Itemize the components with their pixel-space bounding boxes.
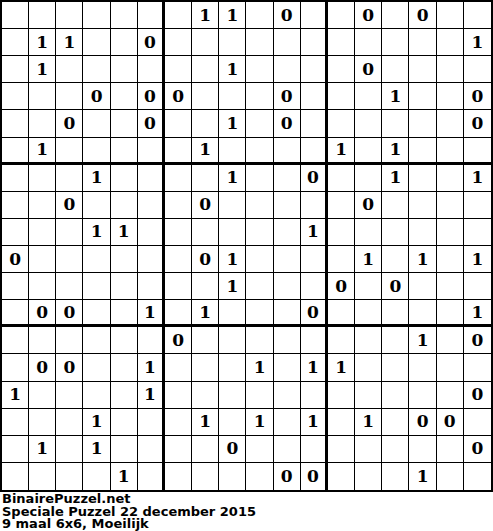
cell-r13c7: 0 <box>165 327 192 354</box>
cell-r18c8[interactable] <box>192 463 219 490</box>
cell-r4c1[interactable] <box>2 83 29 110</box>
cell-r9c3[interactable] <box>56 219 83 246</box>
cell-r13c11[interactable] <box>274 327 301 354</box>
cell-r14c12: 1 <box>301 354 328 381</box>
cell-r18c6[interactable] <box>138 463 165 490</box>
cell-r2c3: 1 <box>56 29 83 56</box>
cell-r10c11[interactable] <box>274 246 301 273</box>
cell-r18c11: 0 <box>274 463 301 490</box>
cell-r11c13: 0 <box>328 273 355 300</box>
cell-r11c1[interactable] <box>2 273 29 300</box>
cell-r2c15[interactable] <box>382 29 409 56</box>
cell-r3c12[interactable] <box>301 56 328 83</box>
cell-r7c10[interactable] <box>246 165 273 192</box>
cell-r2c1[interactable] <box>2 29 29 56</box>
cell-r7c9: 1 <box>219 165 246 192</box>
cell-r5c1[interactable] <box>2 110 29 137</box>
cell-r12c15[interactable] <box>382 300 409 327</box>
cell-r9c17[interactable] <box>437 219 464 246</box>
cell-r14c7[interactable] <box>165 354 192 381</box>
cell-r12c8: 1 <box>192 300 219 327</box>
cell-r9c5: 1 <box>111 219 138 246</box>
cell-r16c18[interactable] <box>464 409 491 436</box>
cell-r15c1: 1 <box>2 382 29 409</box>
cell-r7c12: 0 <box>301 165 328 192</box>
cell-r11c8[interactable] <box>192 273 219 300</box>
cell-r5c4[interactable] <box>83 110 110 137</box>
cell-r1c17[interactable] <box>437 2 464 29</box>
cell-r16c6[interactable] <box>138 409 165 436</box>
cell-r5c9: 1 <box>219 110 246 137</box>
cell-r14c2: 0 <box>29 354 56 381</box>
cell-r15c2[interactable] <box>29 382 56 409</box>
cell-r9c7[interactable] <box>165 219 192 246</box>
cell-r14c17[interactable] <box>437 354 464 381</box>
cell-r1c18[interactable] <box>464 2 491 29</box>
cell-r12c1[interactable] <box>2 300 29 327</box>
cell-r3c7[interactable] <box>165 56 192 83</box>
cell-r17c4: 1 <box>83 436 110 463</box>
cell-r16c12: 1 <box>301 409 328 436</box>
cell-r3c15[interactable] <box>382 56 409 83</box>
cell-r17c3[interactable] <box>56 436 83 463</box>
cell-r10c13[interactable] <box>328 246 355 273</box>
cell-r17c17[interactable] <box>437 436 464 463</box>
cell-r9c11[interactable] <box>274 219 301 246</box>
cell-r13c4[interactable] <box>83 327 110 354</box>
cell-r5c17[interactable] <box>437 110 464 137</box>
cell-r17c15[interactable] <box>382 436 409 463</box>
cell-r12c4[interactable] <box>83 300 110 327</box>
cell-r4c4: 0 <box>83 83 110 110</box>
cell-r10c3[interactable] <box>56 246 83 273</box>
cell-r9c4: 1 <box>83 219 110 246</box>
cell-r14c11[interactable] <box>274 354 301 381</box>
cell-r8c1[interactable] <box>2 192 29 219</box>
cell-r3c4[interactable] <box>83 56 110 83</box>
cell-r18c2[interactable] <box>29 463 56 490</box>
cell-r2c9[interactable] <box>219 29 246 56</box>
cell-r2c18: 1 <box>464 29 491 56</box>
cell-r7c17[interactable] <box>437 165 464 192</box>
cell-r1c11: 0 <box>274 2 301 29</box>
cell-r7c18: 1 <box>464 165 491 192</box>
cell-r8c18[interactable] <box>464 192 491 219</box>
cell-r13c16: 1 <box>409 327 436 354</box>
cell-r7c3[interactable] <box>56 165 83 192</box>
cell-r9c9[interactable] <box>219 219 246 246</box>
cell-r8c14: 0 <box>355 192 382 219</box>
cell-r2c13[interactable] <box>328 29 355 56</box>
cell-r14c4[interactable] <box>83 354 110 381</box>
cell-r8c11[interactable] <box>274 192 301 219</box>
cell-r15c10[interactable] <box>246 382 273 409</box>
cell-r5c10[interactable] <box>246 110 273 137</box>
cell-r5c15[interactable] <box>382 110 409 137</box>
cell-r15c9[interactable] <box>219 382 246 409</box>
cell-r9c2[interactable] <box>29 219 56 246</box>
cell-r5c16[interactable] <box>409 110 436 137</box>
cell-r15c4[interactable] <box>83 382 110 409</box>
cell-r1c5[interactable] <box>111 2 138 29</box>
cell-r13c15[interactable] <box>382 327 409 354</box>
cell-r12c3: 0 <box>56 300 83 327</box>
cell-r2c8[interactable] <box>192 29 219 56</box>
cell-r8c7[interactable] <box>165 192 192 219</box>
cell-r9c13[interactable] <box>328 219 355 246</box>
cell-r11c16[interactable] <box>409 273 436 300</box>
cell-r8c4[interactable] <box>83 192 110 219</box>
cell-r3c17[interactable] <box>437 56 464 83</box>
cell-r4c3[interactable] <box>56 83 83 110</box>
cell-r14c13: 1 <box>328 354 355 381</box>
cell-r6c3[interactable] <box>56 138 83 165</box>
cell-r11c6[interactable] <box>138 273 165 300</box>
cell-r13c5[interactable] <box>111 327 138 354</box>
cell-r14c6: 1 <box>138 354 165 381</box>
cell-r7c1[interactable] <box>2 165 29 192</box>
cell-r11c3[interactable] <box>56 273 83 300</box>
cell-r15c15[interactable] <box>382 382 409 409</box>
cell-r5c5[interactable] <box>111 110 138 137</box>
cell-r8c12[interactable] <box>301 192 328 219</box>
cell-r4c2[interactable] <box>29 83 56 110</box>
puzzle-board: 1100011011100000100010011111101100011100… <box>0 0 493 492</box>
cell-r4c17[interactable] <box>437 83 464 110</box>
cell-r18c3[interactable] <box>56 463 83 490</box>
cell-r14c14[interactable] <box>355 354 382 381</box>
cell-r18c1[interactable] <box>2 463 29 490</box>
cell-r12c5[interactable] <box>111 300 138 327</box>
cell-r15c16[interactable] <box>409 382 436 409</box>
cell-r6c17[interactable] <box>437 138 464 165</box>
cell-r17c1[interactable] <box>2 436 29 463</box>
cell-r17c12[interactable] <box>301 436 328 463</box>
cell-r6c6[interactable] <box>138 138 165 165</box>
cell-r13c1[interactable] <box>2 327 29 354</box>
cell-r7c11[interactable] <box>274 165 301 192</box>
cell-r13c3[interactable] <box>56 327 83 354</box>
cell-r15c8[interactable] <box>192 382 219 409</box>
cell-r8c3: 0 <box>56 192 83 219</box>
cell-r2c17[interactable] <box>437 29 464 56</box>
cell-r16c14: 1 <box>355 409 382 436</box>
cell-r2c2: 1 <box>29 29 56 56</box>
cell-r11c5[interactable] <box>111 273 138 300</box>
cell-r16c13[interactable] <box>328 409 355 436</box>
cell-r9c15[interactable] <box>382 219 409 246</box>
cell-r12c12: 0 <box>301 300 328 327</box>
cell-r1c16: 0 <box>409 2 436 29</box>
cell-r2c14[interactable] <box>355 29 382 56</box>
cell-r16c10: 1 <box>246 409 273 436</box>
cell-r11c7[interactable] <box>165 273 192 300</box>
cell-r1c8: 1 <box>192 2 219 29</box>
cell-r4c8[interactable] <box>192 83 219 110</box>
cell-r16c9[interactable] <box>219 409 246 436</box>
cell-r9c1[interactable] <box>2 219 29 246</box>
cell-r9c12: 1 <box>301 219 328 246</box>
cell-r8c2[interactable] <box>29 192 56 219</box>
cell-r17c10[interactable] <box>246 436 273 463</box>
cell-r17c8[interactable] <box>192 436 219 463</box>
cell-r18c18[interactable] <box>464 463 491 490</box>
cell-r16c11[interactable] <box>274 409 301 436</box>
cell-r8c16[interactable] <box>409 192 436 219</box>
cell-r6c11[interactable] <box>274 138 301 165</box>
cell-r17c13[interactable] <box>328 436 355 463</box>
cell-r16c3[interactable] <box>56 409 83 436</box>
cell-r17c18: 0 <box>464 436 491 463</box>
cell-r9c8[interactable] <box>192 219 219 246</box>
cell-r16c5[interactable] <box>111 409 138 436</box>
cell-r5c12[interactable] <box>301 110 328 137</box>
cell-r4c12[interactable] <box>301 83 328 110</box>
cell-r2c12[interactable] <box>301 29 328 56</box>
cell-r6c10[interactable] <box>246 138 273 165</box>
cell-r17c6[interactable] <box>138 436 165 463</box>
cell-r5c8[interactable] <box>192 110 219 137</box>
cell-r1c10[interactable] <box>246 2 273 29</box>
cell-r2c5[interactable] <box>111 29 138 56</box>
cell-r18c17[interactable] <box>437 463 464 490</box>
cell-r12c13[interactable] <box>328 300 355 327</box>
cell-r6c5[interactable] <box>111 138 138 165</box>
cell-r11c18[interactable] <box>464 273 491 300</box>
cell-r4c14[interactable] <box>355 83 382 110</box>
cell-r12c14[interactable] <box>355 300 382 327</box>
cell-r4c9[interactable] <box>219 83 246 110</box>
cell-r13c17[interactable] <box>437 327 464 354</box>
cell-r4c5[interactable] <box>111 83 138 110</box>
cell-r7c16[interactable] <box>409 165 436 192</box>
cell-r17c14[interactable] <box>355 436 382 463</box>
cell-r7c7[interactable] <box>165 165 192 192</box>
cell-r10c14: 1 <box>355 246 382 273</box>
cell-r14c1[interactable] <box>2 354 29 381</box>
cell-r3c18[interactable] <box>464 56 491 83</box>
cell-r1c3[interactable] <box>56 2 83 29</box>
cell-r12c10[interactable] <box>246 300 273 327</box>
cell-r17c16[interactable] <box>409 436 436 463</box>
cell-r15c5[interactable] <box>111 382 138 409</box>
cell-r18c10[interactable] <box>246 463 273 490</box>
cell-r14c3: 0 <box>56 354 83 381</box>
cell-r3c5[interactable] <box>111 56 138 83</box>
cell-r1c7[interactable] <box>165 2 192 29</box>
cell-r10c18: 1 <box>464 246 491 273</box>
cell-r4c15: 1 <box>382 83 409 110</box>
cell-r3c16[interactable] <box>409 56 436 83</box>
cell-r8c10[interactable] <box>246 192 273 219</box>
cell-r6c4[interactable] <box>83 138 110 165</box>
cell-r11c4[interactable] <box>83 273 110 300</box>
cell-r14c8[interactable] <box>192 354 219 381</box>
cell-r10c15[interactable] <box>382 246 409 273</box>
cell-r13c18: 0 <box>464 327 491 354</box>
cell-r12c7[interactable] <box>165 300 192 327</box>
cell-r10c6[interactable] <box>138 246 165 273</box>
cell-r2c11[interactable] <box>274 29 301 56</box>
cell-r2c10[interactable] <box>246 29 273 56</box>
cell-r7c13[interactable] <box>328 165 355 192</box>
cell-r4c11: 0 <box>274 83 301 110</box>
cell-r11c12[interactable] <box>301 273 328 300</box>
cell-r9c14[interactable] <box>355 219 382 246</box>
cell-r18c15[interactable] <box>382 463 409 490</box>
cell-r15c7[interactable] <box>165 382 192 409</box>
cell-r7c5[interactable] <box>111 165 138 192</box>
cell-r15c12[interactable] <box>301 382 328 409</box>
cell-r1c15[interactable] <box>382 2 409 29</box>
cell-r3c1[interactable] <box>2 56 29 83</box>
cell-r13c14[interactable] <box>355 327 382 354</box>
cell-r10c17[interactable] <box>437 246 464 273</box>
cell-r7c15: 1 <box>382 165 409 192</box>
cell-r17c5[interactable] <box>111 436 138 463</box>
cell-r6c14[interactable] <box>355 138 382 165</box>
cell-r10c4[interactable] <box>83 246 110 273</box>
cell-r18c13[interactable] <box>328 463 355 490</box>
cell-r15c17[interactable] <box>437 382 464 409</box>
cell-r1c13[interactable] <box>328 2 355 29</box>
cell-r13c2[interactable] <box>29 327 56 354</box>
cell-r3c10[interactable] <box>246 56 273 83</box>
cell-r16c1[interactable] <box>2 409 29 436</box>
cell-r12c11[interactable] <box>274 300 301 327</box>
cell-r14c18[interactable] <box>464 354 491 381</box>
cell-r7c2[interactable] <box>29 165 56 192</box>
cell-r10c12[interactable] <box>301 246 328 273</box>
cell-r10c8: 0 <box>192 246 219 273</box>
cell-r4c10[interactable] <box>246 83 273 110</box>
cell-r8c13[interactable] <box>328 192 355 219</box>
cell-r15c3[interactable] <box>56 382 83 409</box>
cell-r1c1[interactable] <box>2 2 29 29</box>
cell-r2c4[interactable] <box>83 29 110 56</box>
cell-r1c12[interactable] <box>301 2 328 29</box>
cell-r11c17[interactable] <box>437 273 464 300</box>
cell-r10c16: 1 <box>409 246 436 273</box>
cell-r12c16[interactable] <box>409 300 436 327</box>
cell-r2c16[interactable] <box>409 29 436 56</box>
cell-r1c9: 1 <box>219 2 246 29</box>
cell-r17c11[interactable] <box>274 436 301 463</box>
cell-r18c14[interactable] <box>355 463 382 490</box>
cell-r8c9[interactable] <box>219 192 246 219</box>
cell-r1c4[interactable] <box>83 2 110 29</box>
cell-r9c6[interactable] <box>138 219 165 246</box>
cell-r1c6[interactable] <box>138 2 165 29</box>
cell-r16c15[interactable] <box>382 409 409 436</box>
cell-r10c5[interactable] <box>111 246 138 273</box>
cell-r18c7[interactable] <box>165 463 192 490</box>
cell-r11c9: 1 <box>219 273 246 300</box>
cell-r14c15[interactable] <box>382 354 409 381</box>
cell-r11c11[interactable] <box>274 273 301 300</box>
cell-r11c10[interactable] <box>246 273 273 300</box>
cell-r16c7[interactable] <box>165 409 192 436</box>
cell-r4c6: 0 <box>138 83 165 110</box>
cell-r8c8: 0 <box>192 192 219 219</box>
cell-r8c5[interactable] <box>111 192 138 219</box>
cell-r13c9[interactable] <box>219 327 246 354</box>
cell-r5c6: 0 <box>138 110 165 137</box>
cell-r6c12[interactable] <box>301 138 328 165</box>
cell-r4c13[interactable] <box>328 83 355 110</box>
cell-r11c2[interactable] <box>29 273 56 300</box>
cell-r8c6[interactable] <box>138 192 165 219</box>
cell-r7c8[interactable] <box>192 165 219 192</box>
cell-r14c16[interactable] <box>409 354 436 381</box>
cell-r17c9: 0 <box>219 436 246 463</box>
cell-r14c9[interactable] <box>219 354 246 381</box>
cell-r6c15: 1 <box>382 138 409 165</box>
cell-r18c4[interactable] <box>83 463 110 490</box>
cell-r14c5[interactable] <box>111 354 138 381</box>
cell-r7c6[interactable] <box>138 165 165 192</box>
cell-r12c2: 0 <box>29 300 56 327</box>
cell-r10c9: 1 <box>219 246 246 273</box>
cell-r12c17[interactable] <box>437 300 464 327</box>
cell-r10c7[interactable] <box>165 246 192 273</box>
cell-r12c6: 1 <box>138 300 165 327</box>
cell-r8c15[interactable] <box>382 192 409 219</box>
cell-r3c11[interactable] <box>274 56 301 83</box>
cell-r4c7: 0 <box>165 83 192 110</box>
cell-r5c7[interactable] <box>165 110 192 137</box>
cell-r9c16[interactable] <box>409 219 436 246</box>
cell-r6c9[interactable] <box>219 138 246 165</box>
cell-r13c6[interactable] <box>138 327 165 354</box>
cell-r6c16[interactable] <box>409 138 436 165</box>
cell-r11c14[interactable] <box>355 273 382 300</box>
cell-r6c7[interactable] <box>165 138 192 165</box>
cell-r18c9[interactable] <box>219 463 246 490</box>
cell-r9c10[interactable] <box>246 219 273 246</box>
cell-r3c13[interactable] <box>328 56 355 83</box>
cell-r5c2[interactable] <box>29 110 56 137</box>
cell-r8c17[interactable] <box>437 192 464 219</box>
cell-r15c13[interactable] <box>328 382 355 409</box>
cell-r16c2[interactable] <box>29 409 56 436</box>
cell-r13c8[interactable] <box>192 327 219 354</box>
cell-r3c3[interactable] <box>56 56 83 83</box>
cell-r5c13[interactable] <box>328 110 355 137</box>
cell-r17c7[interactable] <box>165 436 192 463</box>
cell-r15c11[interactable] <box>274 382 301 409</box>
cell-r15c14[interactable] <box>355 382 382 409</box>
cell-r5c14[interactable] <box>355 110 382 137</box>
cell-r4c18: 0 <box>464 83 491 110</box>
cell-r13c10[interactable] <box>246 327 273 354</box>
cell-r13c13[interactable] <box>328 327 355 354</box>
cell-r4c16[interactable] <box>409 83 436 110</box>
cell-r13c12[interactable] <box>301 327 328 354</box>
cell-r10c2[interactable] <box>29 246 56 273</box>
cell-r3c6[interactable] <box>138 56 165 83</box>
cell-r7c14[interactable] <box>355 165 382 192</box>
cell-r6c18[interactable] <box>464 138 491 165</box>
cell-r9c18[interactable] <box>464 219 491 246</box>
cell-r1c2[interactable] <box>29 2 56 29</box>
cell-r12c18: 1 <box>464 300 491 327</box>
cell-r2c7[interactable] <box>165 29 192 56</box>
cell-r10c10[interactable] <box>246 246 273 273</box>
cell-r6c1[interactable] <box>2 138 29 165</box>
cell-r12c9[interactable] <box>219 300 246 327</box>
cell-r3c8[interactable] <box>192 56 219 83</box>
